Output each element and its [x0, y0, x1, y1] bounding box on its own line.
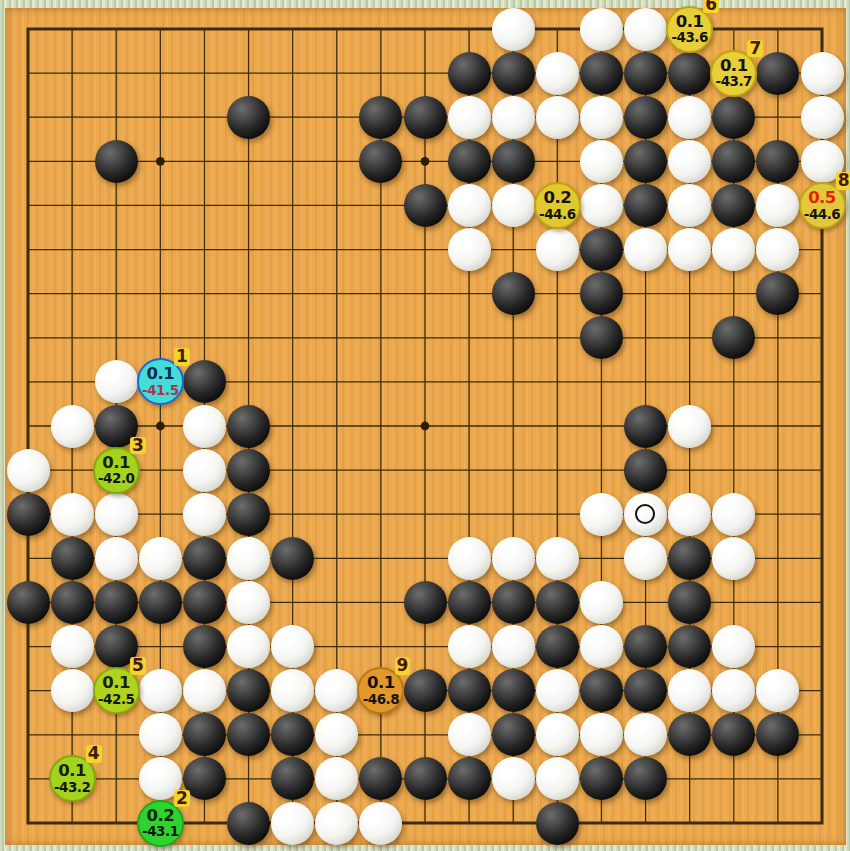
stone-white[interactable]	[227, 537, 270, 580]
stone-white[interactable]	[668, 405, 711, 448]
stone-black[interactable]	[492, 140, 535, 183]
stone-black[interactable]	[227, 669, 270, 712]
stone-white[interactable]	[580, 713, 623, 756]
stone-white[interactable]	[712, 493, 755, 536]
stone-black[interactable]	[624, 96, 667, 139]
stone-white[interactable]	[95, 537, 138, 580]
stone-white[interactable]	[492, 184, 535, 227]
stone-white[interactable]	[580, 493, 623, 536]
stone-black[interactable]	[492, 713, 535, 756]
stone-black[interactable]	[580, 52, 623, 95]
candidate-move-label[interactable]: 0.5-44.68	[799, 182, 846, 229]
candidate-winrate: 0.5	[808, 190, 836, 207]
stone-black[interactable]	[183, 537, 226, 580]
stone-black[interactable]	[227, 449, 270, 492]
stone-white[interactable]	[536, 757, 579, 800]
stone-black[interactable]	[227, 96, 270, 139]
candidate-order-number: 9	[395, 657, 411, 675]
stone-black[interactable]	[183, 713, 226, 756]
stone-white[interactable]	[668, 228, 711, 271]
stone-black[interactable]	[448, 757, 491, 800]
candidate-winrate: 0.1	[367, 675, 395, 692]
stone-white[interactable]	[51, 493, 94, 536]
stone-black[interactable]	[492, 669, 535, 712]
stone-black[interactable]	[536, 581, 579, 624]
stone-black[interactable]	[492, 272, 535, 315]
stone-white[interactable]	[448, 713, 491, 756]
stone-black[interactable]	[183, 581, 226, 624]
stone-white[interactable]	[668, 493, 711, 536]
stone-black[interactable]	[624, 140, 667, 183]
stone-black[interactable]	[712, 184, 755, 227]
candidate-order-number: 8	[836, 172, 850, 190]
candidate-score: -41.5	[142, 383, 178, 397]
stone-white[interactable]	[183, 405, 226, 448]
candidate-winrate: 0.1	[720, 58, 748, 75]
stone-white[interactable]	[183, 449, 226, 492]
stone-black[interactable]	[183, 625, 226, 668]
candidate-score: -44.6	[804, 207, 840, 221]
stone-black[interactable]	[668, 625, 711, 668]
last-move-marker	[635, 504, 655, 524]
candidate-winrate: 0.1	[676, 14, 704, 31]
stone-white[interactable]	[536, 52, 579, 95]
stone-white[interactable]	[492, 8, 535, 51]
stone-black[interactable]	[536, 802, 579, 845]
stone-black[interactable]	[624, 52, 667, 95]
candidate-order-number: 2	[174, 790, 190, 808]
stone-black[interactable]	[227, 493, 270, 536]
star-point	[421, 422, 430, 431]
stone-white[interactable]	[801, 52, 844, 95]
go-analysis-board-page: 0.1-41.510.2-43.120.1-42.030.1-43.240.1-…	[0, 0, 850, 851]
stone-white[interactable]	[448, 537, 491, 580]
stone-black[interactable]	[227, 802, 270, 845]
candidate-score: -43.7	[716, 74, 752, 88]
stone-white[interactable]	[624, 8, 667, 51]
stone-white[interactable]	[271, 625, 314, 668]
stone-white[interactable]	[580, 96, 623, 139]
candidate-score: -44.6	[539, 207, 575, 221]
candidate-move-label[interactable]: 0.1-42.03	[93, 447, 140, 494]
stone-black[interactable]	[404, 184, 447, 227]
stone-black[interactable]	[536, 625, 579, 668]
stone-black[interactable]	[7, 493, 50, 536]
stone-white[interactable]	[536, 713, 579, 756]
stone-black[interactable]	[448, 52, 491, 95]
stone-black[interactable]	[7, 581, 50, 624]
stone-white[interactable]	[492, 96, 535, 139]
stone-white[interactable]	[183, 493, 226, 536]
stone-black[interactable]	[756, 140, 799, 183]
stone-black[interactable]	[580, 669, 623, 712]
candidate-move-label[interactable]: 0.1-42.55	[93, 667, 140, 714]
candidate-winrate: 0.1	[146, 366, 174, 383]
stone-black[interactable]	[624, 405, 667, 448]
stone-white[interactable]	[51, 405, 94, 448]
stone-white[interactable]	[536, 96, 579, 139]
stone-white[interactable]	[51, 625, 94, 668]
star-point	[156, 422, 165, 431]
star-point	[156, 157, 165, 166]
stone-black[interactable]	[624, 449, 667, 492]
stone-black[interactable]	[668, 537, 711, 580]
stone-white[interactable]	[315, 802, 358, 845]
stone-black[interactable]	[492, 581, 535, 624]
candidate-score: -42.5	[98, 692, 134, 706]
stone-white[interactable]	[624, 537, 667, 580]
candidate-order-number: 4	[86, 745, 102, 763]
stone-black[interactable]	[359, 96, 402, 139]
stone-white[interactable]	[448, 184, 491, 227]
stone-white[interactable]	[139, 713, 182, 756]
stone-white[interactable]	[580, 140, 623, 183]
stone-white[interactable]	[536, 537, 579, 580]
candidate-move-label[interactable]: 0.1-41.51	[137, 358, 184, 405]
stone-black[interactable]	[51, 537, 94, 580]
stone-white[interactable]	[580, 8, 623, 51]
stone-black[interactable]	[404, 581, 447, 624]
stone-white[interactable]	[139, 669, 182, 712]
stone-white[interactable]	[492, 625, 535, 668]
stone-black[interactable]	[712, 140, 755, 183]
stone-white[interactable]	[448, 96, 491, 139]
stone-white[interactable]	[536, 669, 579, 712]
candidate-winrate: 0.1	[58, 763, 86, 780]
stone-white[interactable]	[801, 96, 844, 139]
stone-black[interactable]	[580, 272, 623, 315]
stone-black[interactable]	[95, 140, 138, 183]
stone-black[interactable]	[668, 581, 711, 624]
stone-white[interactable]	[95, 360, 138, 403]
candidate-score: -43.6	[671, 30, 707, 44]
stone-black[interactable]	[448, 669, 491, 712]
stone-black[interactable]	[271, 537, 314, 580]
stone-white[interactable]	[183, 669, 226, 712]
candidate-order-number: 5	[130, 657, 146, 675]
stone-white[interactable]	[536, 228, 579, 271]
stone-white[interactable]	[359, 802, 402, 845]
stone-black[interactable]	[404, 669, 447, 712]
stone-white[interactable]	[95, 493, 138, 536]
candidate-move-label[interactable]: 0.1-43.66	[666, 6, 713, 53]
candidate-winrate: 0.2	[543, 190, 571, 207]
stone-white[interactable]	[51, 669, 94, 712]
stone-black[interactable]	[95, 581, 138, 624]
candidate-order-number: 1	[174, 348, 190, 366]
stone-white[interactable]	[580, 625, 623, 668]
stone-black[interactable]	[668, 52, 711, 95]
stone-black[interactable]	[624, 669, 667, 712]
candidate-move-label[interactable]: 0.2-44.6	[534, 182, 581, 229]
stone-black[interactable]	[580, 228, 623, 271]
stone-white[interactable]	[492, 757, 535, 800]
stone-black[interactable]	[51, 581, 94, 624]
candidate-score: -46.8	[363, 692, 399, 706]
stone-black[interactable]	[492, 52, 535, 95]
candidate-score: -42.0	[98, 471, 134, 485]
stone-black[interactable]	[624, 184, 667, 227]
stone-white[interactable]	[139, 537, 182, 580]
stone-black[interactable]	[404, 96, 447, 139]
candidate-order-number: 7	[747, 40, 763, 58]
stone-black[interactable]	[448, 140, 491, 183]
stone-black[interactable]	[756, 52, 799, 95]
stone-white[interactable]	[580, 184, 623, 227]
stone-black[interactable]	[580, 316, 623, 359]
stone-white[interactable]	[271, 802, 314, 845]
candidate-move-label[interactable]: 0.2-43.12	[137, 800, 184, 847]
stone-white[interactable]	[227, 625, 270, 668]
candidate-move-label[interactable]: 0.1-43.77	[710, 50, 757, 97]
stone-black[interactable]	[227, 405, 270, 448]
stone-white[interactable]	[668, 140, 711, 183]
stone-white[interactable]	[227, 581, 270, 624]
stone-white[interactable]	[580, 581, 623, 624]
stone-black[interactable]	[624, 625, 667, 668]
candidate-winrate: 0.1	[102, 455, 130, 472]
stone-black[interactable]	[404, 757, 447, 800]
stone-black[interactable]	[359, 140, 402, 183]
stone-black[interactable]	[139, 581, 182, 624]
candidate-order-number: 6	[703, 0, 719, 13]
stone-white[interactable]	[7, 449, 50, 492]
stone-white[interactable]	[448, 625, 491, 668]
stone-black[interactable]	[448, 581, 491, 624]
candidate-winrate: 0.2	[146, 808, 174, 825]
candidate-move-label[interactable]: 0.1-43.24	[49, 755, 96, 802]
stone-white[interactable]	[668, 184, 711, 227]
candidate-order-number: 3	[130, 437, 146, 455]
stone-white[interactable]	[492, 537, 535, 580]
candidate-winrate: 0.1	[102, 675, 130, 692]
star-point	[421, 157, 430, 166]
stone-white[interactable]	[668, 96, 711, 139]
stone-white[interactable]	[712, 537, 755, 580]
stone-white[interactable]	[624, 228, 667, 271]
stone-black[interactable]	[712, 96, 755, 139]
candidate-score: -43.2	[54, 780, 90, 794]
stone-white[interactable]	[448, 228, 491, 271]
candidate-score: -43.1	[142, 824, 178, 838]
